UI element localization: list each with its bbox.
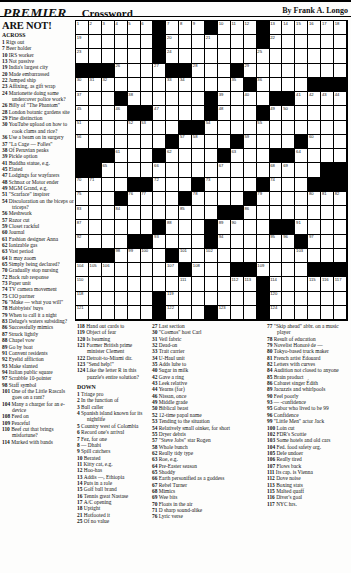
grid-cell[interactable] [128, 263, 141, 277]
grid-cell[interactable]: 88 [166, 220, 179, 234]
grid-cell[interactable]: 83 [76, 206, 89, 220]
grid-cell[interactable] [141, 306, 154, 320]
grid-cell[interactable]: 105 [89, 263, 102, 277]
grid-cell[interactable] [102, 192, 115, 206]
grid-cell[interactable] [295, 163, 308, 177]
grid-cell[interactable]: 45 [76, 106, 89, 120]
grid-cell[interactable]: 17 [321, 21, 334, 35]
grid-cell[interactable] [102, 206, 115, 220]
grid-cell[interactable]: 5 [128, 21, 141, 35]
grid-cell[interactable] [141, 49, 154, 63]
grid-cell[interactable]: 10 [218, 21, 231, 35]
grid-cell[interactable] [153, 192, 166, 206]
grid-cell[interactable] [244, 163, 257, 177]
grid-cell[interactable] [334, 220, 347, 234]
grid-cell[interactable] [128, 163, 141, 177]
grid-cell[interactable]: 94 [218, 235, 231, 249]
grid-cell[interactable] [192, 163, 205, 177]
grid-cell[interactable]: 43 [321, 92, 334, 106]
grid-cell[interactable] [295, 306, 308, 320]
grid-cell[interactable] [218, 49, 231, 63]
grid-cell[interactable] [128, 149, 141, 163]
grid-cell[interactable] [321, 135, 334, 149]
grid-cell[interactable] [308, 220, 321, 234]
grid-cell[interactable] [179, 149, 192, 163]
grid-cell[interactable]: 111 [179, 277, 192, 291]
grid-cell[interactable] [218, 121, 231, 135]
grid-cell[interactable]: 25 [257, 49, 270, 63]
grid-cell[interactable] [115, 35, 128, 49]
grid-cell[interactable] [179, 220, 192, 234]
grid-cell[interactable]: 82 [334, 192, 347, 206]
grid-cell[interactable] [282, 277, 295, 291]
grid-cell[interactable] [334, 106, 347, 120]
grid-cell[interactable] [89, 135, 102, 149]
grid-cell[interactable]: 119 [166, 292, 179, 306]
grid-cell[interactable]: 74 [270, 178, 283, 192]
grid-cell[interactable] [218, 263, 231, 277]
grid-cell[interactable]: 14 [282, 21, 295, 35]
grid-cell[interactable]: 51 [76, 121, 89, 135]
grid-cell[interactable]: 52 [128, 121, 141, 135]
grid-cell[interactable] [205, 149, 218, 163]
grid-cell[interactable] [321, 149, 334, 163]
grid-cell[interactable]: 71 [89, 178, 102, 192]
grid-cell[interactable] [231, 106, 244, 120]
grid-cell[interactable] [153, 249, 166, 263]
grid-cell[interactable]: 49 [270, 106, 283, 120]
grid-cell[interactable] [295, 263, 308, 277]
grid-cell[interactable]: 90 [231, 220, 244, 234]
grid-cell[interactable] [295, 192, 308, 206]
grid-cell[interactable] [257, 92, 270, 106]
grid-cell[interactable] [205, 135, 218, 149]
grid-cell[interactable] [270, 249, 283, 263]
grid-cell[interactable]: 101 [179, 249, 192, 263]
grid-cell[interactable] [334, 306, 347, 320]
grid-cell[interactable]: 99 [128, 249, 141, 263]
grid-cell[interactable] [153, 121, 166, 135]
grid-cell[interactable]: 123 [218, 306, 231, 320]
grid-cell[interactable] [308, 163, 321, 177]
grid-cell[interactable] [257, 135, 270, 149]
grid-cell[interactable] [128, 292, 141, 306]
grid-cell[interactable] [308, 292, 321, 306]
grid-cell[interactable]: 31 [89, 78, 102, 92]
grid-cell[interactable]: 115 [308, 277, 321, 291]
grid-cell[interactable] [192, 220, 205, 234]
grid-cell[interactable] [205, 49, 218, 63]
grid-cell[interactable] [218, 277, 231, 291]
grid-cell[interactable] [166, 121, 179, 135]
grid-cell[interactable] [179, 35, 192, 49]
grid-cell[interactable] [257, 206, 270, 220]
grid-cell[interactable] [192, 78, 205, 92]
grid-cell[interactable] [231, 292, 244, 306]
grid-cell[interactable]: 24 [166, 49, 179, 63]
grid-cell[interactable]: 85 [179, 206, 192, 220]
grid-cell[interactable]: 67 [218, 163, 231, 177]
grid-cell[interactable]: 112 [231, 277, 244, 291]
grid-cell[interactable]: 26 [115, 64, 128, 78]
grid-cell[interactable] [257, 220, 270, 234]
grid-cell[interactable]: 76 [128, 192, 141, 206]
grid-cell[interactable]: 118 [76, 292, 89, 306]
grid-cell[interactable]: 27 [153, 64, 166, 78]
grid-cell[interactable]: 57 [179, 135, 192, 149]
grid-cell[interactable] [218, 292, 231, 306]
grid-cell[interactable] [89, 220, 102, 234]
grid-cell[interactable] [141, 163, 154, 177]
grid-cell[interactable]: 87 [76, 220, 89, 234]
grid-cell[interactable] [282, 178, 295, 192]
grid-cell[interactable] [89, 306, 102, 320]
grid-cell[interactable] [218, 192, 231, 206]
grid-cell[interactable]: 41 [295, 92, 308, 106]
grid-cell[interactable]: 106 [102, 263, 115, 277]
grid-cell[interactable] [192, 49, 205, 63]
grid-cell[interactable] [321, 292, 334, 306]
grid-cell[interactable] [141, 292, 154, 306]
grid-cell[interactable]: 108 [192, 263, 205, 277]
grid-cell[interactable]: 7 [166, 21, 179, 35]
grid-cell[interactable] [179, 49, 192, 63]
grid-cell[interactable] [115, 306, 128, 320]
grid-cell[interactable] [89, 92, 102, 106]
grid-cell[interactable] [308, 64, 321, 78]
grid-cell[interactable]: 122 [166, 306, 179, 320]
grid-cell[interactable] [270, 64, 283, 78]
grid-cell[interactable] [282, 192, 295, 206]
grid-cell[interactable]: 37 [76, 92, 89, 106]
grid-cell[interactable] [308, 35, 321, 49]
crossword-grid[interactable]: 1234567891011121314151617181920212223242… [75, 20, 348, 321]
grid-cell[interactable] [128, 206, 141, 220]
grid-cell[interactable] [205, 263, 218, 277]
grid-cell[interactable] [321, 220, 334, 234]
grid-cell[interactable] [115, 220, 128, 234]
grid-cell[interactable] [115, 49, 128, 63]
grid-cell[interactable] [257, 64, 270, 78]
grid-cell[interactable] [231, 235, 244, 249]
grid-cell[interactable]: 16 [308, 21, 321, 35]
grid-cell[interactable] [102, 106, 115, 120]
grid-cell[interactable] [231, 249, 244, 263]
grid-cell[interactable] [166, 178, 179, 192]
grid-cell[interactable]: 42 [308, 92, 321, 106]
grid-cell[interactable] [282, 135, 295, 149]
grid-cell[interactable] [205, 277, 218, 291]
grid-cell[interactable] [244, 49, 257, 63]
grid-cell[interactable] [282, 35, 295, 49]
grid-cell[interactable]: 97 [308, 235, 321, 249]
grid-cell[interactable] [270, 121, 283, 135]
grid-cell[interactable] [244, 121, 257, 135]
grid-cell[interactable] [244, 292, 257, 306]
grid-cell[interactable] [270, 135, 283, 149]
grid-cell[interactable]: 53 [141, 121, 154, 135]
grid-cell[interactable] [218, 178, 231, 192]
grid-cell[interactable] [295, 121, 308, 135]
grid-cell[interactable]: 84 [115, 206, 128, 220]
grid-cell[interactable] [102, 178, 115, 192]
grid-cell[interactable] [282, 249, 295, 263]
grid-cell[interactable] [282, 263, 295, 277]
grid-cell[interactable] [179, 306, 192, 320]
grid-cell[interactable]: 104 [76, 263, 89, 277]
grid-cell[interactable] [321, 206, 334, 220]
grid-cell[interactable]: 21 [205, 35, 218, 49]
grid-cell[interactable] [179, 163, 192, 177]
grid-cell[interactable] [295, 277, 308, 291]
grid-cell[interactable] [102, 220, 115, 234]
grid-cell[interactable]: 9 [192, 21, 205, 35]
grid-cell[interactable]: 64 [295, 149, 308, 163]
grid-cell[interactable] [141, 263, 154, 277]
grid-cell[interactable]: 65 [102, 163, 115, 177]
grid-cell[interactable] [334, 149, 347, 163]
grid-cell[interactable]: 8 [179, 21, 192, 35]
grid-cell[interactable] [115, 235, 128, 249]
grid-cell[interactable]: 18 [334, 21, 347, 35]
grid-cell[interactable] [192, 306, 205, 320]
grid-cell[interactable] [334, 249, 347, 263]
grid-cell[interactable] [192, 249, 205, 263]
grid-cell[interactable]: 29 [244, 64, 257, 78]
grid-cell[interactable]: 73 [205, 178, 218, 192]
grid-cell[interactable] [282, 306, 295, 320]
grid-cell[interactable] [218, 78, 231, 92]
grid-cell[interactable]: 124 [270, 306, 283, 320]
grid-cell[interactable] [334, 135, 347, 149]
grid-cell[interactable] [102, 235, 115, 249]
grid-cell[interactable] [321, 35, 334, 49]
grid-cell[interactable] [128, 35, 141, 49]
grid-cell[interactable]: 86 [244, 206, 257, 220]
grid-cell[interactable]: 117 [334, 277, 347, 291]
grid-cell[interactable] [89, 277, 102, 291]
grid-cell[interactable]: 96 [282, 235, 295, 249]
grid-cell[interactable] [334, 292, 347, 306]
grid-cell[interactable] [257, 235, 270, 249]
grid-cell[interactable] [321, 49, 334, 63]
grid-cell[interactable] [295, 178, 308, 192]
grid-cell[interactable]: 103 [295, 249, 308, 263]
grid-cell[interactable]: 62 [166, 149, 179, 163]
grid-cell[interactable] [128, 135, 141, 149]
grid-cell[interactable]: 34 [179, 78, 192, 92]
grid-cell[interactable]: 46 [115, 106, 128, 120]
grid-cell[interactable]: 113 [244, 277, 257, 291]
grid-cell[interactable] [153, 277, 166, 291]
grid-cell[interactable] [334, 121, 347, 135]
grid-cell[interactable] [231, 92, 244, 106]
grid-cell[interactable] [166, 106, 179, 120]
grid-cell[interactable]: 98 [115, 249, 128, 263]
grid-cell[interactable] [192, 206, 205, 220]
grid-cell[interactable] [244, 106, 257, 120]
grid-cell[interactable] [295, 78, 308, 92]
grid-cell[interactable]: 100 [141, 249, 154, 263]
grid-cell[interactable] [321, 106, 334, 120]
grid-cell[interactable] [192, 235, 205, 249]
grid-cell[interactable]: 72 [153, 178, 166, 192]
grid-cell[interactable] [282, 292, 295, 306]
grid-cell[interactable] [231, 49, 244, 63]
grid-cell[interactable] [218, 35, 231, 49]
grid-cell[interactable] [244, 220, 257, 234]
grid-cell[interactable] [295, 292, 308, 306]
grid-cell[interactable]: 30 [76, 78, 89, 92]
grid-cell[interactable] [308, 121, 321, 135]
grid-cell[interactable]: 114 [270, 277, 283, 291]
grid-cell[interactable]: 102 [205, 249, 218, 263]
grid-cell[interactable]: 56 [76, 135, 89, 149]
grid-cell[interactable] [308, 249, 321, 263]
grid-cell[interactable] [321, 249, 334, 263]
grid-cell[interactable] [166, 277, 179, 291]
grid-cell[interactable] [205, 192, 218, 206]
grid-cell[interactable] [153, 206, 166, 220]
grid-cell[interactable]: 23 [76, 49, 89, 63]
grid-cell[interactable] [321, 121, 334, 135]
grid-cell[interactable] [102, 49, 115, 63]
grid-cell[interactable] [192, 277, 205, 291]
grid-cell[interactable] [115, 135, 128, 149]
grid-cell[interactable] [218, 249, 231, 263]
grid-cell[interactable]: 116 [321, 277, 334, 291]
grid-cell[interactable] [295, 35, 308, 49]
grid-cell[interactable] [321, 64, 334, 78]
grid-cell[interactable] [192, 106, 205, 120]
grid-cell[interactable] [179, 235, 192, 249]
grid-cell[interactable]: 60 [308, 135, 321, 149]
grid-cell[interactable] [153, 92, 166, 106]
grid-cell[interactable] [102, 292, 115, 306]
grid-cell[interactable]: 4 [115, 21, 128, 35]
grid-cell[interactable]: 61 [115, 149, 128, 163]
grid-cell[interactable] [141, 92, 154, 106]
grid-cell[interactable] [128, 306, 141, 320]
grid-cell[interactable] [282, 64, 295, 78]
grid-cell[interactable]: 66 [153, 163, 166, 177]
grid-cell[interactable] [270, 206, 283, 220]
grid-cell[interactable]: 107 [166, 263, 179, 277]
grid-cell[interactable] [115, 292, 128, 306]
grid-cell[interactable]: 120 [270, 292, 283, 306]
grid-cell[interactable]: 63 [231, 149, 244, 163]
grid-cell[interactable] [192, 292, 205, 306]
grid-cell[interactable] [282, 121, 295, 135]
grid-cell[interactable] [244, 249, 257, 263]
grid-cell[interactable]: 33 [166, 78, 179, 92]
grid-cell[interactable] [89, 292, 102, 306]
grid-cell[interactable]: 70 [76, 178, 89, 192]
grid-cell[interactable]: 89 [218, 220, 231, 234]
grid-cell[interactable] [141, 135, 154, 149]
grid-cell[interactable] [89, 106, 102, 120]
grid-cell[interactable] [295, 206, 308, 220]
grid-cell[interactable]: 81 [321, 192, 334, 206]
grid-cell[interactable]: 69 [282, 163, 295, 177]
grid-cell[interactable] [115, 178, 128, 192]
grid-cell[interactable] [308, 306, 321, 320]
grid-cell[interactable]: 121 [76, 306, 89, 320]
grid-cell[interactable] [166, 192, 179, 206]
grid-cell[interactable] [205, 78, 218, 92]
grid-cell[interactable] [205, 292, 218, 306]
grid-cell[interactable] [115, 121, 128, 135]
grid-cell[interactable] [308, 206, 321, 220]
grid-cell[interactable]: 50 [282, 106, 295, 120]
grid-cell[interactable] [128, 277, 141, 291]
grid-cell[interactable] [257, 163, 270, 177]
grid-cell[interactable]: 12 [244, 21, 257, 35]
grid-cell[interactable] [102, 92, 115, 106]
grid-cell[interactable] [334, 64, 347, 78]
grid-cell[interactable] [244, 306, 257, 320]
grid-cell[interactable] [89, 49, 102, 63]
grid-cell[interactable]: 79 [257, 192, 270, 206]
grid-cell[interactable] [128, 220, 141, 234]
grid-cell[interactable]: 19 [76, 35, 89, 49]
grid-cell[interactable] [141, 220, 154, 234]
grid-cell[interactable]: 59 [244, 135, 257, 149]
grid-cell[interactable]: 28 [192, 64, 205, 78]
grid-cell[interactable] [179, 106, 192, 120]
grid-cell[interactable]: 58 [192, 135, 205, 149]
grid-cell[interactable] [334, 235, 347, 249]
grid-cell[interactable] [295, 64, 308, 78]
grid-cell[interactable] [308, 49, 321, 63]
grid-cell[interactable]: 68 [270, 163, 283, 177]
grid-cell[interactable] [115, 78, 128, 92]
grid-cell[interactable] [231, 192, 244, 206]
grid-cell[interactable] [128, 64, 141, 78]
grid-cell[interactable] [179, 92, 192, 106]
grid-cell[interactable]: 2 [89, 21, 102, 35]
grid-cell[interactable] [270, 263, 283, 277]
grid-cell[interactable]: 48 [218, 106, 231, 120]
grid-cell[interactable] [244, 35, 257, 49]
grid-cell[interactable] [192, 149, 205, 163]
grid-cell[interactable] [89, 192, 102, 206]
grid-cell[interactable] [231, 306, 244, 320]
grid-cell[interactable] [295, 106, 308, 120]
grid-cell[interactable] [231, 178, 244, 192]
grid-cell[interactable] [282, 206, 295, 220]
grid-cell[interactable] [141, 64, 154, 78]
grid-cell[interactable]: 55 [257, 121, 270, 135]
grid-cell[interactable] [89, 206, 102, 220]
grid-cell[interactable]: 3 [102, 21, 115, 35]
grid-cell[interactable] [218, 135, 231, 149]
grid-cell[interactable] [244, 235, 257, 249]
grid-cell[interactable] [89, 121, 102, 135]
grid-cell[interactable] [257, 149, 270, 163]
grid-cell[interactable]: 15 [295, 21, 308, 35]
grid-cell[interactable] [102, 277, 115, 291]
grid-cell[interactable] [205, 163, 218, 177]
grid-cell[interactable] [166, 163, 179, 177]
grid-cell[interactable]: 32 [102, 78, 115, 92]
grid-cell[interactable]: 95 [270, 235, 283, 249]
grid-cell[interactable]: 1 [76, 21, 89, 35]
grid-cell[interactable] [115, 277, 128, 291]
grid-cell[interactable] [166, 235, 179, 249]
grid-cell[interactable] [218, 64, 231, 78]
grid-cell[interactable] [231, 163, 244, 177]
